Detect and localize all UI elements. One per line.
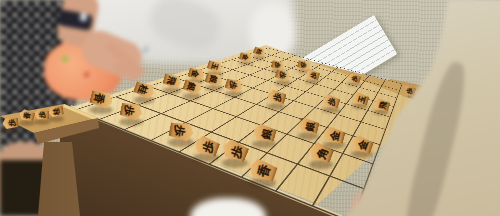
foreground-blur-group — [0, 0, 500, 216]
shogi-game-photo: 歩 香桂飛金玉金桂歩銀銀歩歩歩歩歩歩歩歩歩銀香銀歩歩角金玉金飛 歩香歩桂 — [0, 0, 500, 216]
